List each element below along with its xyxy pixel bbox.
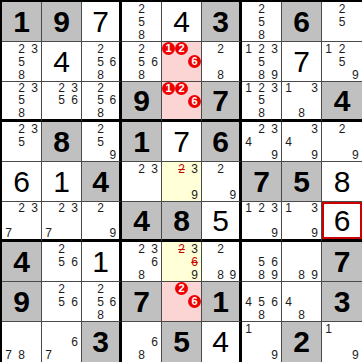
- candidate-2: 2: [335, 2, 348, 15]
- given-digit: 4: [13, 247, 30, 277]
- pencil-marks: 126: [162, 82, 201, 119]
- candidate-1: 1: [282, 82, 295, 94]
- pencil-marks: 19: [322, 322, 362, 362]
- given-digit: 6: [212, 127, 229, 157]
- cell-r4c4[interactable]: 1: [122, 122, 162, 162]
- cell-r4c1[interactable]: 235: [2, 122, 42, 162]
- candidate-2: 2: [94, 42, 106, 55]
- pencil-marks: 349: [282, 122, 321, 161]
- cell-r7c9[interactable]: 7: [322, 242, 362, 282]
- pencil-marks: 4568: [242, 282, 281, 321]
- pencil-marks: 29: [322, 122, 362, 161]
- candidate-5: 5: [255, 94, 268, 106]
- candidate-8: 8: [135, 28, 148, 41]
- cell-r2c2[interactable]: 4: [42, 42, 82, 82]
- candidate-3: 3: [28, 82, 41, 94]
- pencil-marks: 19: [242, 322, 281, 362]
- candidate-9: 9: [349, 349, 362, 362]
- candidate-2: 2: [15, 122, 28, 135]
- pencil-marks: 256: [42, 242, 81, 281]
- candidate-2: 2: [255, 2, 268, 15]
- candidate-6: 6: [188, 55, 201, 68]
- candidate-6: 6: [148, 55, 161, 68]
- solved-digit: 1: [92, 247, 109, 277]
- candidate-2: 2: [255, 82, 268, 94]
- pencil-marks: 29: [82, 202, 119, 239]
- candidate-9: 9: [308, 227, 321, 239]
- pencil-marks: 2568: [122, 42, 161, 81]
- candidate-2: 2: [214, 162, 226, 175]
- cell-r9c2[interactable]: 67: [42, 322, 82, 362]
- candidate-4: 4: [282, 135, 295, 148]
- cell-r8c9[interactable]: 3: [322, 282, 362, 322]
- cell-r1c5[interactable]: 4: [162, 2, 202, 42]
- cell-r7c7[interactable]: 5689: [242, 242, 282, 282]
- candidate-9: 9: [268, 68, 281, 81]
- candidate-1: 1: [322, 42, 335, 55]
- cell-r9c4[interactable]: 68: [122, 322, 162, 362]
- candidate-8: 8: [135, 349, 148, 362]
- cell-r8c6[interactable]: 1: [202, 282, 242, 322]
- candidate-5: 5: [94, 94, 106, 106]
- candidate-8: 8: [94, 308, 106, 321]
- candidate-8: 8: [255, 28, 268, 41]
- candidate-3: 3: [268, 202, 281, 214]
- cell-r1c2[interactable]: 9: [42, 2, 82, 42]
- cell-r5c2[interactable]: 1: [42, 162, 82, 202]
- candidate-2: 2: [94, 202, 106, 214]
- candidate-2: 2: [135, 2, 148, 15]
- cell-r6c3[interactable]: 29: [82, 202, 122, 242]
- cell-r9c1[interactable]: 78: [2, 322, 42, 362]
- cell-r2c6[interactable]: 28: [202, 42, 242, 82]
- candidate-3: 3: [268, 122, 281, 135]
- candidate-2: 2: [94, 282, 106, 295]
- pencil-marks: 2358: [2, 82, 41, 119]
- candidate-5: 5: [135, 15, 148, 28]
- cell-r8c3[interactable]: 2568: [82, 282, 122, 322]
- cell-r3c6[interactable]: 7: [202, 82, 242, 122]
- candidate-6: 6: [68, 335, 81, 348]
- pencil-marks: 1239: [242, 202, 281, 239]
- given-digit: 5: [173, 327, 190, 357]
- candidate-5: 5: [255, 15, 268, 28]
- cell-r5c3[interactable]: 4: [82, 162, 122, 202]
- candidate-6: 6: [107, 94, 119, 106]
- candidate-4: 4: [242, 295, 255, 308]
- solved-digit: 6: [13, 167, 30, 197]
- candidate-2: 2: [135, 42, 148, 55]
- cell-r3c3[interactable]: 2568: [82, 82, 122, 122]
- cell-r6c1[interactable]: 237: [2, 202, 42, 242]
- candidate-2: 2: [55, 282, 68, 295]
- candidate-2: 2: [335, 42, 348, 55]
- pencil-marks: 78: [2, 322, 41, 362]
- candidate-1: 1: [322, 322, 335, 335]
- pencil-marks: 28: [202, 42, 239, 81]
- candidate-1: 1: [242, 202, 255, 214]
- candidate-7: 7: [42, 349, 55, 362]
- pencil-marks: 1259: [322, 42, 362, 81]
- candidate-9: 9: [349, 148, 362, 161]
- candidate-3: 3: [308, 82, 321, 94]
- candidate-6: 6: [68, 94, 81, 106]
- pencil-marks: 258: [122, 2, 161, 41]
- solved-digit: 7: [92, 7, 109, 37]
- candidate-9: 9: [107, 148, 119, 161]
- candidate-8: 8: [214, 268, 226, 281]
- solved-digit: 6: [334, 206, 351, 236]
- candidate-6: 6: [268, 255, 281, 268]
- cell-r9c9[interactable]: 19: [322, 322, 362, 362]
- given-digit: 9: [13, 287, 30, 317]
- candidate-8: 8: [135, 268, 148, 281]
- candidate-6: 6: [107, 295, 119, 308]
- candidate-1: 1: [162, 82, 175, 95]
- candidate-9: 9: [107, 227, 119, 239]
- given-digit: 3: [212, 7, 229, 37]
- cell-r2c8[interactable]: 7: [282, 42, 322, 82]
- cell-r7c5[interactable]: 2369: [162, 242, 202, 282]
- cell-r1c9[interactable]: 25: [322, 2, 362, 42]
- pencil-marks: 48: [282, 282, 321, 321]
- cell-r6c2[interactable]: 237: [42, 202, 82, 242]
- cell-r4c8[interactable]: 349: [282, 122, 322, 162]
- pencil-marks: 239: [162, 162, 201, 201]
- sudoku-board: 1972584325862523584256825681262812358971…: [0, 0, 362, 362]
- given-digit: 1: [212, 287, 229, 317]
- cell-r8c7[interactable]: 4568: [242, 282, 282, 322]
- candidate-6: 6: [107, 55, 119, 68]
- candidate-6: 6: [68, 255, 81, 268]
- pencil-marks: 237: [2, 202, 41, 239]
- candidate-8: 8: [295, 268, 308, 281]
- pencil-marks: 25: [322, 2, 362, 41]
- candidate-2: 2: [175, 42, 188, 55]
- candidate-1: 1: [242, 82, 255, 94]
- cell-r2c9[interactable]: 1259: [322, 42, 362, 82]
- solved-digit: 8: [334, 167, 351, 197]
- cell-r3c5[interactable]: 126: [162, 82, 202, 122]
- given-digit: 1: [13, 7, 30, 37]
- candidate-8: 8: [15, 68, 28, 81]
- candidate-8: 8: [135, 68, 148, 81]
- candidate-9: 9: [268, 268, 281, 281]
- given-digit: 4: [92, 167, 109, 197]
- pencil-marks: 258: [242, 2, 281, 41]
- candidate-9: 9: [308, 148, 321, 161]
- candidate-8: 8: [15, 349, 28, 362]
- candidate-2: 2: [255, 122, 268, 135]
- pencil-marks: 2568: [82, 42, 119, 81]
- cell-r8c5[interactable]: 26: [162, 282, 202, 322]
- cell-r5c5[interactable]: 239: [162, 162, 202, 202]
- cell-r8c8[interactable]: 48: [282, 282, 322, 322]
- candidate-8: 8: [94, 107, 106, 119]
- candidate-7: 7: [2, 227, 15, 239]
- candidate-9: 9: [268, 349, 281, 362]
- candidate-5: 5: [135, 55, 148, 68]
- candidate-5: 5: [15, 94, 28, 106]
- given-digit: 2: [293, 327, 310, 357]
- candidate-5: 5: [94, 295, 106, 308]
- candidate-3: 3: [28, 42, 41, 55]
- candidate-3: 3: [188, 242, 201, 255]
- candidate-6: 6: [188, 95, 201, 108]
- candidate-9: 9: [227, 268, 239, 281]
- candidate-3: 3: [68, 82, 81, 94]
- candidate-8: 8: [94, 68, 106, 81]
- candidate-5: 5: [55, 255, 68, 268]
- pencil-marks: 2349: [242, 122, 281, 161]
- pencil-marks: 2369: [162, 242, 201, 281]
- candidate-2: 2: [15, 82, 28, 94]
- cell-r7c2[interactable]: 256: [42, 242, 82, 282]
- candidate-2: 2: [94, 122, 106, 135]
- candidate-9: 9: [268, 227, 281, 239]
- given-digit: 5: [293, 167, 310, 197]
- cell-r8c2[interactable]: 256: [42, 282, 82, 322]
- given-digit: 7: [133, 287, 150, 317]
- candidate-5: 5: [335, 55, 348, 68]
- pencil-marks: 237: [42, 202, 81, 239]
- cell-r7c1[interactable]: 4: [2, 242, 42, 282]
- cell-r2c3[interactable]: 2568: [82, 42, 122, 82]
- candidate-2: 2: [175, 162, 188, 175]
- cell-r4c3[interactable]: 259: [82, 122, 122, 162]
- cell-r4c2[interactable]: 8: [42, 122, 82, 162]
- candidate-1: 1: [242, 42, 255, 55]
- candidate-9: 9: [308, 268, 321, 281]
- cell-r4c9[interactable]: 29: [322, 122, 362, 162]
- pencil-marks: 68: [122, 322, 161, 362]
- candidate-6: 6: [188, 295, 201, 308]
- cell-r2c7[interactable]: 123589: [242, 42, 282, 82]
- candidate-2: 2: [335, 122, 348, 135]
- pencil-marks: 126: [162, 42, 201, 81]
- solved-digit: 4: [53, 47, 70, 77]
- candidate-2: 2: [55, 202, 68, 214]
- cell-r9c7[interactable]: 19: [242, 322, 282, 362]
- candidate-5: 5: [15, 135, 28, 148]
- candidate-6: 6: [188, 255, 201, 268]
- candidate-5: 5: [94, 55, 106, 68]
- candidate-7: 7: [42, 227, 55, 239]
- candidate-2: 2: [55, 242, 68, 255]
- candidate-8: 8: [255, 268, 268, 281]
- candidate-5: 5: [94, 135, 106, 148]
- candidate-2: 2: [55, 82, 68, 94]
- candidate-8: 8: [255, 107, 268, 119]
- candidate-3: 3: [308, 122, 321, 135]
- pencil-marks: 259: [82, 122, 119, 161]
- cell-r1c4[interactable]: 258: [122, 2, 162, 42]
- cell-r5c7[interactable]: 7: [242, 162, 282, 202]
- cell-r5c6[interactable]: 29: [202, 162, 242, 202]
- solved-digit: 1: [53, 167, 70, 197]
- cell-r7c6[interactable]: 289: [202, 242, 242, 282]
- candidate-8: 8: [214, 68, 226, 81]
- candidate-6: 6: [68, 295, 81, 308]
- given-digit: 9: [53, 7, 70, 37]
- cell-r3c9[interactable]: 4: [322, 82, 362, 122]
- candidate-2: 2: [175, 82, 188, 95]
- solved-digit: 7: [293, 47, 310, 77]
- cell-r3c7[interactable]: 12358: [242, 82, 282, 122]
- pencil-marks: 89: [282, 242, 321, 281]
- given-digit: 7: [253, 167, 270, 197]
- pencil-marks: 2568: [82, 82, 119, 119]
- candidate-1: 1: [162, 42, 175, 55]
- candidate-3: 3: [188, 162, 201, 175]
- candidate-2: 2: [214, 242, 226, 255]
- candidate-6: 6: [268, 295, 281, 308]
- pencil-marks: 256: [42, 282, 81, 321]
- candidate-5: 5: [255, 255, 268, 268]
- candidate-3: 3: [268, 42, 281, 55]
- candidate-5: 5: [55, 94, 68, 106]
- candidate-5: 5: [335, 15, 348, 28]
- cell-r1c1[interactable]: 1: [2, 2, 42, 42]
- cell-r9c6[interactable]: 4: [202, 322, 242, 362]
- cell-r3c1[interactable]: 2358: [2, 82, 42, 122]
- cell-r7c3[interactable]: 1: [82, 242, 122, 282]
- candidate-6: 6: [148, 335, 161, 348]
- pencil-marks: 2568: [82, 282, 119, 321]
- candidate-2: 2: [255, 202, 268, 214]
- candidate-8: 8: [295, 308, 308, 321]
- cell-r1c8[interactable]: 6: [282, 2, 322, 42]
- solved-digit: 5: [212, 206, 229, 236]
- solved-digit: 4: [173, 7, 190, 37]
- candidate-9: 9: [188, 268, 201, 281]
- given-digit: 6: [293, 7, 310, 37]
- cell-r4c7[interactable]: 2349: [242, 122, 282, 162]
- pencil-marks: 123589: [242, 42, 281, 81]
- candidate-9: 9: [268, 148, 281, 161]
- pencil-marks: 2368: [122, 242, 161, 281]
- cell-r5c8[interactable]: 5: [282, 162, 322, 202]
- candidate-9: 9: [188, 188, 201, 201]
- cell-r6c4[interactable]: 4: [122, 202, 162, 242]
- pencil-marks: 67: [42, 322, 81, 362]
- pencil-marks: 289: [202, 242, 239, 281]
- pencil-marks: 5689: [242, 242, 281, 281]
- cell-r4c6[interactable]: 6: [202, 122, 242, 162]
- candidate-6: 6: [148, 255, 161, 268]
- cell-r8c1[interactable]: 9: [2, 282, 42, 322]
- pencil-marks: 12358: [242, 82, 281, 119]
- cell-r6c9[interactable]: 6: [322, 202, 362, 242]
- given-digit: 8: [53, 127, 70, 157]
- cell-r9c3[interactable]: 3: [82, 322, 122, 362]
- candidate-4: 4: [242, 135, 255, 148]
- candidate-5: 5: [255, 55, 268, 68]
- candidate-3: 3: [268, 82, 281, 94]
- cell-r7c8[interactable]: 89: [282, 242, 322, 282]
- cell-r7c4[interactable]: 2368: [122, 242, 162, 282]
- cell-r8c4[interactable]: 7: [122, 282, 162, 322]
- candidate-1: 1: [242, 322, 255, 335]
- given-digit: 4: [133, 206, 150, 236]
- candidate-3: 3: [148, 242, 161, 255]
- candidate-9: 9: [349, 68, 362, 81]
- candidate-8: 8: [15, 107, 28, 119]
- given-digit: 3: [92, 327, 109, 357]
- cell-r5c4[interactable]: 23: [122, 162, 162, 202]
- pencil-marks: 23: [122, 162, 161, 201]
- given-digit: 7: [212, 86, 229, 116]
- given-digit: 4: [334, 86, 351, 116]
- cell-r2c4[interactable]: 2568: [122, 42, 162, 82]
- cell-r3c2[interactable]: 2356: [42, 82, 82, 122]
- pencil-marks: 2358: [2, 42, 41, 81]
- given-digit: 1: [133, 127, 150, 157]
- cell-r1c7[interactable]: 258: [242, 2, 282, 42]
- candidate-3: 3: [68, 202, 81, 214]
- candidate-3: 3: [148, 162, 161, 175]
- given-digit: 3: [334, 287, 351, 317]
- given-digit: 7: [334, 247, 351, 277]
- candidate-2: 2: [94, 82, 106, 94]
- pencil-marks: 2356: [42, 82, 81, 119]
- cell-r2c1[interactable]: 2358: [2, 42, 42, 82]
- candidate-4: 4: [282, 295, 295, 308]
- candidate-3: 3: [308, 202, 321, 214]
- candidate-2: 2: [135, 162, 148, 175]
- candidate-2: 2: [175, 242, 188, 255]
- cell-r3c8[interactable]: 138: [282, 82, 322, 122]
- candidate-8: 8: [255, 308, 268, 321]
- cell-r9c8[interactable]: 2: [282, 322, 322, 362]
- pencil-marks: 26: [162, 282, 201, 321]
- candidate-5: 5: [255, 295, 268, 308]
- pencil-marks: 235: [2, 122, 41, 161]
- solved-digit: 7: [173, 127, 190, 157]
- given-digit: 9: [133, 86, 150, 116]
- cell-r6c8[interactable]: 139: [282, 202, 322, 242]
- candidate-2: 2: [175, 282, 188, 295]
- candidate-8: 8: [255, 68, 268, 81]
- candidate-8: 8: [295, 107, 308, 119]
- cell-r9c5[interactable]: 5: [162, 322, 202, 362]
- cell-r5c1[interactable]: 6: [2, 162, 42, 202]
- solved-digit: 4: [212, 327, 229, 357]
- cell-r6c5[interactable]: 8: [162, 202, 202, 242]
- candidate-2: 2: [214, 42, 226, 55]
- candidate-2: 2: [135, 242, 148, 255]
- candidate-5: 5: [15, 55, 28, 68]
- cell-r5c9[interactable]: 8: [322, 162, 362, 202]
- given-digit: 8: [173, 206, 190, 236]
- cell-r4c5[interactable]: 7: [162, 122, 202, 162]
- cell-r1c3[interactable]: 7: [82, 2, 122, 42]
- candidate-3: 3: [28, 122, 41, 135]
- cell-r3c4[interactable]: 9: [122, 82, 162, 122]
- cell-r6c6[interactable]: 5: [202, 202, 242, 242]
- candidate-7: 7: [2, 349, 15, 362]
- cell-r6c7[interactable]: 1239: [242, 202, 282, 242]
- candidate-2: 2: [15, 42, 28, 55]
- pencil-marks: 139: [282, 202, 321, 239]
- candidate-5: 5: [55, 295, 68, 308]
- pencil-marks: 138: [282, 82, 321, 119]
- candidate-9: 9: [227, 188, 239, 201]
- candidate-3: 3: [28, 202, 41, 214]
- cell-r2c5[interactable]: 126: [162, 42, 202, 82]
- candidate-1: 1: [282, 202, 295, 214]
- cell-r1c6[interactable]: 3: [202, 2, 242, 42]
